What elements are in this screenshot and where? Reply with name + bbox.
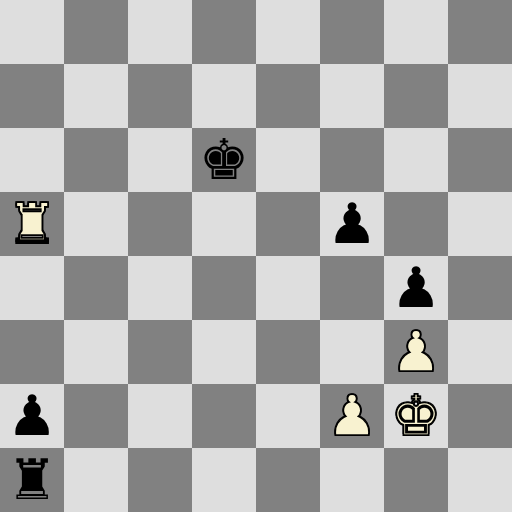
square-e3[interactable]: [256, 320, 320, 384]
square-e7[interactable]: [256, 64, 320, 128]
square-d7[interactable]: [192, 64, 256, 128]
square-h3[interactable]: [448, 320, 512, 384]
square-e8[interactable]: [256, 0, 320, 64]
square-d3[interactable]: [192, 320, 256, 384]
square-b6[interactable]: [64, 128, 128, 192]
square-b4[interactable]: [64, 256, 128, 320]
square-g4[interactable]: ♟: [384, 256, 448, 320]
square-h7[interactable]: [448, 64, 512, 128]
square-b3[interactable]: [64, 320, 128, 384]
square-c6[interactable]: [128, 128, 192, 192]
square-g7[interactable]: [384, 64, 448, 128]
square-b7[interactable]: [64, 64, 128, 128]
square-c1[interactable]: [128, 448, 192, 512]
black-rook-piece[interactable]: ♜: [7, 448, 57, 512]
square-a4[interactable]: [0, 256, 64, 320]
square-f6[interactable]: [320, 128, 384, 192]
white-pawn-piece[interactable]: ♟: [327, 384, 377, 448]
square-b5[interactable]: [64, 192, 128, 256]
black-king-piece[interactable]: ♚: [199, 128, 249, 192]
square-g8[interactable]: [384, 0, 448, 64]
square-d8[interactable]: [192, 0, 256, 64]
square-d4[interactable]: [192, 256, 256, 320]
white-rook-piece[interactable]: ♜: [7, 192, 57, 256]
square-f8[interactable]: [320, 0, 384, 64]
square-c2[interactable]: [128, 384, 192, 448]
square-f4[interactable]: [320, 256, 384, 320]
square-h8[interactable]: [448, 0, 512, 64]
square-f1[interactable]: [320, 448, 384, 512]
square-g5[interactable]: [384, 192, 448, 256]
square-c3[interactable]: [128, 320, 192, 384]
square-a7[interactable]: [0, 64, 64, 128]
square-d2[interactable]: [192, 384, 256, 448]
square-e4[interactable]: [256, 256, 320, 320]
black-pawn-piece[interactable]: ♟: [7, 384, 57, 448]
square-a1[interactable]: ♜: [0, 448, 64, 512]
square-c4[interactable]: [128, 256, 192, 320]
square-g1[interactable]: [384, 448, 448, 512]
square-d1[interactable]: [192, 448, 256, 512]
square-d6[interactable]: ♚: [192, 128, 256, 192]
square-a3[interactable]: [0, 320, 64, 384]
square-h6[interactable]: [448, 128, 512, 192]
square-f2[interactable]: ♟: [320, 384, 384, 448]
square-h5[interactable]: [448, 192, 512, 256]
square-g6[interactable]: [384, 128, 448, 192]
black-pawn-piece[interactable]: ♟: [327, 192, 377, 256]
square-a8[interactable]: [0, 0, 64, 64]
chess-board: ♚♜♟♟♟♟♟♚♜: [0, 0, 512, 512]
square-g3[interactable]: ♟: [384, 320, 448, 384]
square-c7[interactable]: [128, 64, 192, 128]
square-f7[interactable]: [320, 64, 384, 128]
square-b1[interactable]: [64, 448, 128, 512]
square-b8[interactable]: [64, 0, 128, 64]
square-c8[interactable]: [128, 0, 192, 64]
square-h4[interactable]: [448, 256, 512, 320]
square-e6[interactable]: [256, 128, 320, 192]
square-h1[interactable]: [448, 448, 512, 512]
square-f5[interactable]: ♟: [320, 192, 384, 256]
square-b2[interactable]: [64, 384, 128, 448]
square-g2[interactable]: ♚: [384, 384, 448, 448]
square-f3[interactable]: [320, 320, 384, 384]
square-a2[interactable]: ♟: [0, 384, 64, 448]
white-king-piece[interactable]: ♚: [391, 384, 441, 448]
square-e1[interactable]: [256, 448, 320, 512]
square-a6[interactable]: [0, 128, 64, 192]
square-d5[interactable]: [192, 192, 256, 256]
square-e5[interactable]: [256, 192, 320, 256]
square-a5[interactable]: ♜: [0, 192, 64, 256]
square-c5[interactable]: [128, 192, 192, 256]
black-pawn-piece[interactable]: ♟: [391, 256, 441, 320]
square-h2[interactable]: [448, 384, 512, 448]
square-e2[interactable]: [256, 384, 320, 448]
white-pawn-piece[interactable]: ♟: [391, 320, 441, 384]
